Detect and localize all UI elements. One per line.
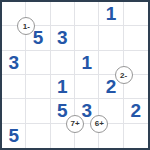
cell-r5c1[interactable] xyxy=(2,99,26,123)
cell-r6c6[interactable] xyxy=(124,124,148,148)
cell-r2c5[interactable] xyxy=(99,26,123,50)
cell-r5c2[interactable] xyxy=(26,99,50,123)
clue-circle-2-: 2- xyxy=(115,66,133,84)
cell-r3c1[interactable]: 3 xyxy=(2,51,26,75)
cell-r1c6[interactable] xyxy=(124,2,148,26)
cell-r4c4[interactable] xyxy=(75,75,99,99)
cell-r6c1[interactable]: 5 xyxy=(2,124,26,148)
clue-circle-7+: 7+ xyxy=(66,115,84,133)
cell-r1c3[interactable] xyxy=(51,2,75,26)
clue-circle-1-: 1- xyxy=(17,17,35,35)
cell-r3c4[interactable]: 1 xyxy=(75,51,99,75)
cell-r1c4[interactable] xyxy=(75,2,99,26)
cell-r4c1[interactable] xyxy=(2,75,26,99)
mathrax-board: 15331125325 1-2-7+6+ xyxy=(0,0,150,150)
cell-r2c6[interactable] xyxy=(124,26,148,50)
cell-r5c6[interactable]: 2 xyxy=(124,99,148,123)
cell-r3c2[interactable] xyxy=(26,51,50,75)
clue-circle-6+: 6+ xyxy=(90,115,108,133)
cell-r4c3[interactable]: 1 xyxy=(51,75,75,99)
cell-r6c2[interactable] xyxy=(26,124,50,148)
cell-r2c3[interactable]: 3 xyxy=(51,26,75,50)
cell-r3c3[interactable] xyxy=(51,51,75,75)
cell-r4c2[interactable] xyxy=(26,75,50,99)
cell-r2c4[interactable] xyxy=(75,26,99,50)
cell-r1c5[interactable]: 1 xyxy=(99,2,123,26)
